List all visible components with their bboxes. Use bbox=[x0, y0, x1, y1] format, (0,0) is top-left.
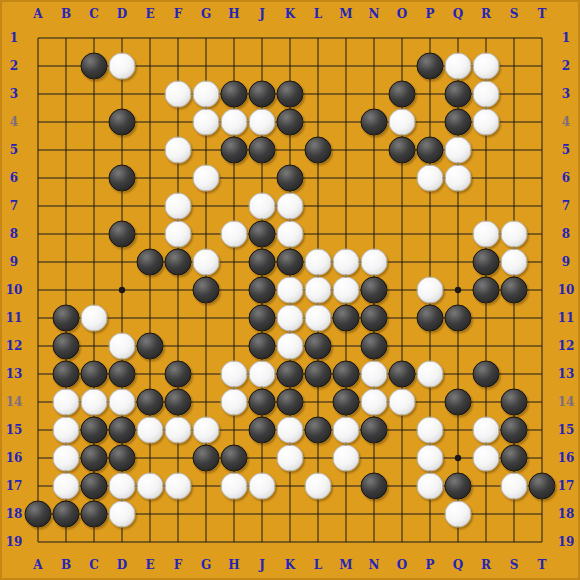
column-label-top-E: E bbox=[140, 7, 160, 21]
white-stone-R16[interactable] bbox=[473, 445, 500, 472]
black-stone-C13[interactable] bbox=[81, 361, 108, 388]
row-label-left-17: 17 bbox=[4, 479, 24, 493]
white-stone-L11[interactable] bbox=[305, 305, 332, 332]
white-stone-P16[interactable] bbox=[417, 445, 444, 472]
black-stone-N12[interactable] bbox=[361, 333, 388, 360]
black-stone-J9[interactable] bbox=[249, 249, 276, 276]
black-stone-H3[interactable] bbox=[221, 81, 248, 108]
black-stone-L12[interactable] bbox=[305, 333, 332, 360]
white-stone-R2[interactable] bbox=[473, 53, 500, 80]
white-stone-P13[interactable] bbox=[417, 361, 444, 388]
white-stone-H17[interactable] bbox=[221, 473, 248, 500]
black-stone-J11[interactable] bbox=[249, 305, 276, 332]
column-label-top-A: A bbox=[28, 7, 48, 21]
column-label-bottom-O: O bbox=[392, 558, 412, 572]
column-label-top-G: G bbox=[196, 7, 216, 21]
black-stone-J10[interactable] bbox=[249, 277, 276, 304]
black-stone-K13[interactable] bbox=[277, 361, 304, 388]
row-label-right-15: 15 bbox=[556, 423, 576, 437]
row-label-right-19: 19 bbox=[556, 535, 576, 549]
go-board[interactable]: ABCDEFGHJKLMNOPQRST ABCDEFGHJKLMNOPQRST … bbox=[0, 0, 580, 580]
row-label-left-8: 8 bbox=[4, 227, 24, 241]
column-label-top-C: C bbox=[84, 7, 104, 21]
black-stone-C18[interactable] bbox=[81, 501, 108, 528]
black-stone-P2[interactable] bbox=[417, 53, 444, 80]
black-stone-H5[interactable] bbox=[221, 137, 248, 164]
column-label-top-D: D bbox=[112, 7, 132, 21]
white-stone-R4[interactable] bbox=[473, 109, 500, 136]
white-stone-B14[interactable] bbox=[53, 389, 80, 416]
white-stone-G3[interactable] bbox=[193, 81, 220, 108]
black-stone-R13[interactable] bbox=[473, 361, 500, 388]
white-stone-H13[interactable] bbox=[221, 361, 248, 388]
column-label-bottom-Q: Q bbox=[448, 558, 468, 572]
column-label-top-T: T bbox=[532, 7, 552, 21]
column-label-top-N: N bbox=[364, 7, 384, 21]
black-stone-E9[interactable] bbox=[137, 249, 164, 276]
white-stone-H14[interactable] bbox=[221, 389, 248, 416]
black-stone-D4[interactable] bbox=[109, 109, 136, 136]
star-point bbox=[455, 455, 461, 461]
row-label-right-2: 2 bbox=[556, 59, 576, 73]
white-stone-F5[interactable] bbox=[165, 137, 192, 164]
white-stone-N14[interactable] bbox=[361, 389, 388, 416]
row-label-left-18: 18 bbox=[4, 507, 24, 521]
black-stone-K6[interactable] bbox=[277, 165, 304, 192]
white-stone-M16[interactable] bbox=[333, 445, 360, 472]
column-label-bottom-H: H bbox=[224, 558, 244, 572]
white-stone-B16[interactable] bbox=[53, 445, 80, 472]
column-label-bottom-E: E bbox=[140, 558, 160, 572]
white-stone-K12[interactable] bbox=[277, 333, 304, 360]
white-stone-D12[interactable] bbox=[109, 333, 136, 360]
white-stone-D14[interactable] bbox=[109, 389, 136, 416]
white-stone-L10[interactable] bbox=[305, 277, 332, 304]
black-stone-C2[interactable] bbox=[81, 53, 108, 80]
column-label-bottom-M: M bbox=[336, 558, 356, 572]
white-stone-K11[interactable] bbox=[277, 305, 304, 332]
column-label-bottom-J: J bbox=[252, 558, 272, 572]
row-label-left-15: 15 bbox=[4, 423, 24, 437]
white-stone-R8[interactable] bbox=[473, 221, 500, 248]
black-stone-D6[interactable] bbox=[109, 165, 136, 192]
white-stone-O4[interactable] bbox=[389, 109, 416, 136]
white-stone-G15[interactable] bbox=[193, 417, 220, 444]
white-stone-S8[interactable] bbox=[501, 221, 528, 248]
row-label-right-12: 12 bbox=[556, 339, 576, 353]
column-label-top-F: F bbox=[168, 7, 188, 21]
black-stone-B12[interactable] bbox=[53, 333, 80, 360]
row-label-left-2: 2 bbox=[4, 59, 24, 73]
black-stone-N11[interactable] bbox=[361, 305, 388, 332]
black-stone-C15[interactable] bbox=[81, 417, 108, 444]
black-stone-R10[interactable] bbox=[473, 277, 500, 304]
white-stone-J17[interactable] bbox=[249, 473, 276, 500]
black-stone-S10[interactable] bbox=[501, 277, 528, 304]
row-label-right-5: 5 bbox=[556, 143, 576, 157]
row-label-right-13: 13 bbox=[556, 367, 576, 381]
white-stone-J4[interactable] bbox=[249, 109, 276, 136]
white-stone-S17[interactable] bbox=[501, 473, 528, 500]
white-stone-K7[interactable] bbox=[277, 193, 304, 220]
column-label-bottom-D: D bbox=[112, 558, 132, 572]
white-stone-P17[interactable] bbox=[417, 473, 444, 500]
row-label-right-17: 17 bbox=[556, 479, 576, 493]
black-stone-J3[interactable] bbox=[249, 81, 276, 108]
white-stone-D17[interactable] bbox=[109, 473, 136, 500]
black-stone-B13[interactable] bbox=[53, 361, 80, 388]
white-stone-Q6[interactable] bbox=[445, 165, 472, 192]
row-label-right-10: 10 bbox=[556, 283, 576, 297]
black-stone-F14[interactable] bbox=[165, 389, 192, 416]
black-stone-G10[interactable] bbox=[193, 277, 220, 304]
black-stone-J15[interactable] bbox=[249, 417, 276, 444]
black-stone-N15[interactable] bbox=[361, 417, 388, 444]
white-stone-G6[interactable] bbox=[193, 165, 220, 192]
white-stone-B15[interactable] bbox=[53, 417, 80, 444]
column-label-top-J: J bbox=[252, 7, 272, 21]
row-label-left-1: 1 bbox=[4, 31, 24, 45]
white-stone-G4[interactable] bbox=[193, 109, 220, 136]
white-stone-R15[interactable] bbox=[473, 417, 500, 444]
black-stone-J14[interactable] bbox=[249, 389, 276, 416]
black-stone-M11[interactable] bbox=[333, 305, 360, 332]
black-stone-S15[interactable] bbox=[501, 417, 528, 444]
black-stone-A18[interactable] bbox=[25, 501, 52, 528]
white-stone-D18[interactable] bbox=[109, 501, 136, 528]
black-stone-C17[interactable] bbox=[81, 473, 108, 500]
row-label-left-11: 11 bbox=[4, 311, 24, 325]
column-label-top-Q: Q bbox=[448, 7, 468, 21]
star-point bbox=[455, 287, 461, 293]
row-label-left-3: 3 bbox=[4, 87, 24, 101]
white-stone-P10[interactable] bbox=[417, 277, 444, 304]
row-label-right-6: 6 bbox=[556, 171, 576, 185]
column-label-bottom-T: T bbox=[532, 558, 552, 572]
white-stone-M9[interactable] bbox=[333, 249, 360, 276]
white-stone-J7[interactable] bbox=[249, 193, 276, 220]
row-label-right-11: 11 bbox=[556, 311, 576, 325]
column-label-bottom-R: R bbox=[476, 558, 496, 572]
row-label-right-18: 18 bbox=[556, 507, 576, 521]
column-label-bottom-G: G bbox=[196, 558, 216, 572]
row-label-right-4: 4 bbox=[556, 115, 576, 129]
black-stone-L13[interactable] bbox=[305, 361, 332, 388]
black-stone-O5[interactable] bbox=[389, 137, 416, 164]
white-stone-P15[interactable] bbox=[417, 417, 444, 444]
white-stone-C11[interactable] bbox=[81, 305, 108, 332]
black-stone-F9[interactable] bbox=[165, 249, 192, 276]
row-label-left-12: 12 bbox=[4, 339, 24, 353]
black-stone-S16[interactable] bbox=[501, 445, 528, 472]
white-stone-H4[interactable] bbox=[221, 109, 248, 136]
black-stone-F13[interactable] bbox=[165, 361, 192, 388]
row-label-left-7: 7 bbox=[4, 199, 24, 213]
column-label-bottom-F: F bbox=[168, 558, 188, 572]
black-stone-L5[interactable] bbox=[305, 137, 332, 164]
black-stone-Q14[interactable] bbox=[445, 389, 472, 416]
black-stone-B11[interactable] bbox=[53, 305, 80, 332]
black-stone-D13[interactable] bbox=[109, 361, 136, 388]
white-stone-K8[interactable] bbox=[277, 221, 304, 248]
black-stone-S14[interactable] bbox=[501, 389, 528, 416]
column-label-top-B: B bbox=[56, 7, 76, 21]
black-stone-E12[interactable] bbox=[137, 333, 164, 360]
row-label-right-3: 3 bbox=[556, 87, 576, 101]
white-stone-E17[interactable] bbox=[137, 473, 164, 500]
white-stone-K15[interactable] bbox=[277, 417, 304, 444]
column-label-top-S: S bbox=[504, 7, 524, 21]
black-stone-P5[interactable] bbox=[417, 137, 444, 164]
white-stone-M15[interactable] bbox=[333, 417, 360, 444]
black-stone-R9[interactable] bbox=[473, 249, 500, 276]
white-stone-K16[interactable] bbox=[277, 445, 304, 472]
white-stone-F3[interactable] bbox=[165, 81, 192, 108]
black-stone-Q17[interactable] bbox=[445, 473, 472, 500]
white-stone-J13[interactable] bbox=[249, 361, 276, 388]
row-label-right-14: 14 bbox=[556, 395, 576, 409]
white-stone-Q5[interactable] bbox=[445, 137, 472, 164]
row-label-left-5: 5 bbox=[4, 143, 24, 157]
white-stone-E15[interactable] bbox=[137, 417, 164, 444]
black-stone-D15[interactable] bbox=[109, 417, 136, 444]
black-stone-K14[interactable] bbox=[277, 389, 304, 416]
black-stone-P11[interactable] bbox=[417, 305, 444, 332]
row-label-left-4: 4 bbox=[4, 115, 24, 129]
white-stone-N9[interactable] bbox=[361, 249, 388, 276]
row-label-right-8: 8 bbox=[556, 227, 576, 241]
black-stone-O13[interactable] bbox=[389, 361, 416, 388]
black-stone-K9[interactable] bbox=[277, 249, 304, 276]
white-stone-G9[interactable] bbox=[193, 249, 220, 276]
row-label-right-7: 7 bbox=[556, 199, 576, 213]
black-stone-N4[interactable] bbox=[361, 109, 388, 136]
white-stone-K10[interactable] bbox=[277, 277, 304, 304]
white-stone-P6[interactable] bbox=[417, 165, 444, 192]
column-label-bottom-C: C bbox=[84, 558, 104, 572]
black-stone-J5[interactable] bbox=[249, 137, 276, 164]
black-stone-D8[interactable] bbox=[109, 221, 136, 248]
black-stone-E14[interactable] bbox=[137, 389, 164, 416]
white-stone-S9[interactable] bbox=[501, 249, 528, 276]
column-label-top-P: P bbox=[420, 7, 440, 21]
black-stone-C16[interactable] bbox=[81, 445, 108, 472]
column-label-bottom-B: B bbox=[56, 558, 76, 572]
row-label-left-13: 13 bbox=[4, 367, 24, 381]
column-label-bottom-K: K bbox=[280, 558, 300, 572]
row-label-left-16: 16 bbox=[4, 451, 24, 465]
white-stone-N13[interactable] bbox=[361, 361, 388, 388]
white-stone-L17[interactable] bbox=[305, 473, 332, 500]
black-stone-D16[interactable] bbox=[109, 445, 136, 472]
row-label-left-10: 10 bbox=[4, 283, 24, 297]
column-label-top-K: K bbox=[280, 7, 300, 21]
row-label-right-16: 16 bbox=[556, 451, 576, 465]
black-stone-B18[interactable] bbox=[53, 501, 80, 528]
column-label-top-M: M bbox=[336, 7, 356, 21]
white-stone-L9[interactable] bbox=[305, 249, 332, 276]
row-label-left-14: 14 bbox=[4, 395, 24, 409]
column-label-bottom-P: P bbox=[420, 558, 440, 572]
white-stone-O14[interactable] bbox=[389, 389, 416, 416]
black-stone-Q11[interactable] bbox=[445, 305, 472, 332]
black-stone-K3[interactable] bbox=[277, 81, 304, 108]
black-stone-N10[interactable] bbox=[361, 277, 388, 304]
row-label-right-1: 1 bbox=[556, 31, 576, 45]
star-point bbox=[119, 287, 125, 293]
black-stone-M13[interactable] bbox=[333, 361, 360, 388]
black-stone-T17[interactable] bbox=[529, 473, 556, 500]
row-label-left-6: 6 bbox=[4, 171, 24, 185]
column-label-top-R: R bbox=[476, 7, 496, 21]
column-label-top-L: L bbox=[308, 7, 328, 21]
column-label-bottom-A: A bbox=[28, 558, 48, 572]
black-stone-K4[interactable] bbox=[277, 109, 304, 136]
white-stone-F17[interactable] bbox=[165, 473, 192, 500]
white-stone-F7[interactable] bbox=[165, 193, 192, 220]
row-label-left-19: 19 bbox=[4, 535, 24, 549]
white-stone-R3[interactable] bbox=[473, 81, 500, 108]
black-stone-L15[interactable] bbox=[305, 417, 332, 444]
black-stone-O3[interactable] bbox=[389, 81, 416, 108]
column-label-top-H: H bbox=[224, 7, 244, 21]
column-label-bottom-L: L bbox=[308, 558, 328, 572]
black-stone-G16[interactable] bbox=[193, 445, 220, 472]
row-label-right-9: 9 bbox=[556, 255, 576, 269]
white-stone-F15[interactable] bbox=[165, 417, 192, 444]
row-label-left-9: 9 bbox=[4, 255, 24, 269]
white-stone-D2[interactable] bbox=[109, 53, 136, 80]
white-stone-Q18[interactable] bbox=[445, 501, 472, 528]
white-stone-Q2[interactable] bbox=[445, 53, 472, 80]
white-stone-C14[interactable] bbox=[81, 389, 108, 416]
black-stone-J8[interactable] bbox=[249, 221, 276, 248]
column-label-bottom-S: S bbox=[504, 558, 524, 572]
black-stone-H16[interactable] bbox=[221, 445, 248, 472]
white-stone-B17[interactable] bbox=[53, 473, 80, 500]
white-stone-M10[interactable] bbox=[333, 277, 360, 304]
black-stone-M14[interactable] bbox=[333, 389, 360, 416]
column-label-bottom-N: N bbox=[364, 558, 384, 572]
white-stone-F8[interactable] bbox=[165, 221, 192, 248]
black-stone-N17[interactable] bbox=[361, 473, 388, 500]
black-stone-J12[interactable] bbox=[249, 333, 276, 360]
white-stone-H8[interactable] bbox=[221, 221, 248, 248]
black-stone-Q3[interactable] bbox=[445, 81, 472, 108]
column-label-top-O: O bbox=[392, 7, 412, 21]
black-stone-Q4[interactable] bbox=[445, 109, 472, 136]
